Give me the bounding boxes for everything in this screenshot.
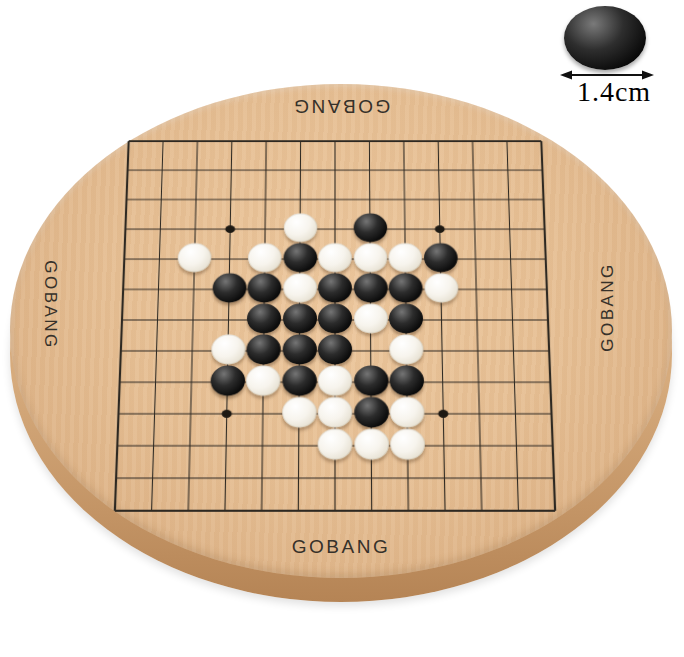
black-stone <box>389 273 423 302</box>
star-point <box>222 410 232 418</box>
black-stone <box>353 213 387 242</box>
star-point <box>435 225 445 233</box>
star-point <box>438 410 448 418</box>
black-stone <box>282 366 317 396</box>
black-stone <box>247 273 281 302</box>
white-stone <box>246 366 281 396</box>
black-stone <box>318 304 352 334</box>
board-title-top: GOBANG <box>10 94 672 118</box>
black-stone <box>282 334 316 364</box>
white-stone <box>390 429 425 460</box>
black-stone <box>353 273 387 302</box>
white-stone <box>424 273 458 302</box>
white-stone <box>318 429 353 460</box>
black-stone <box>282 304 316 334</box>
board-title-left: GOBANG <box>38 235 62 375</box>
white-stone <box>353 304 387 334</box>
product-photo-canvas: 1.4cm GOBANG GOBANG GOBANG GOBANG <box>0 0 684 657</box>
black-stone <box>318 334 352 364</box>
black-stone <box>423 243 457 272</box>
black-stone <box>389 304 423 334</box>
black-stone <box>354 366 389 396</box>
white-stone <box>248 243 282 272</box>
black-stone <box>247 304 281 334</box>
black-stone <box>283 243 317 272</box>
white-stone <box>283 273 317 302</box>
black-stone <box>389 366 424 396</box>
black-stone <box>354 397 389 428</box>
white-stone <box>318 397 353 428</box>
board-grid <box>115 141 555 511</box>
black-stone <box>318 273 352 302</box>
board-title-right: GOBANG <box>596 237 620 377</box>
white-stone <box>283 213 317 242</box>
white-stone <box>282 397 317 428</box>
white-stone <box>390 397 425 428</box>
board-title-bottom: GOBANG <box>10 535 672 559</box>
gobang-board: GOBANG GOBANG GOBANG GOBANG <box>10 84 672 578</box>
white-stone <box>388 243 422 272</box>
white-stone <box>353 243 387 272</box>
white-stone <box>389 334 424 364</box>
black-stone <box>246 334 281 364</box>
white-stone <box>318 366 352 396</box>
white-stone <box>354 429 389 460</box>
legend-black-stone <box>564 6 646 70</box>
white-stone <box>318 243 352 272</box>
star-point <box>225 225 235 233</box>
